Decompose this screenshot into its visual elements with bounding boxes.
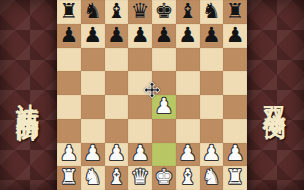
square-b6[interactable] xyxy=(81,48,105,72)
square-c5[interactable] xyxy=(105,71,129,95)
square-a3[interactable] xyxy=(57,119,81,143)
square-f2[interactable]: ♟ xyxy=(176,143,200,167)
square-d5[interactable] xyxy=(128,71,152,95)
piece-white-knight: ♞ xyxy=(202,167,221,188)
piece-white-pawn: ♟ xyxy=(83,143,102,164)
square-c1[interactable]: ♝ xyxy=(105,166,129,190)
square-e1[interactable]: ♚ xyxy=(152,166,176,190)
square-b5[interactable] xyxy=(81,71,105,95)
square-e6[interactable] xyxy=(152,48,176,72)
square-f7[interactable]: ♟ xyxy=(176,24,200,48)
piece-white-pawn: ♟ xyxy=(59,143,78,164)
square-f6[interactable] xyxy=(176,48,200,72)
square-g4[interactable] xyxy=(200,95,224,119)
square-h5[interactable] xyxy=(223,71,247,95)
piece-black-rook: ♜ xyxy=(59,1,78,22)
square-g5[interactable] xyxy=(200,71,224,95)
square-f3[interactable] xyxy=(176,119,200,143)
piece-white-pawn: ♟ xyxy=(202,143,221,164)
square-d8[interactable]: ♛ xyxy=(128,0,152,24)
square-f1[interactable]: ♝ xyxy=(176,166,200,190)
square-d6[interactable] xyxy=(128,48,152,72)
piece-black-pawn: ♟ xyxy=(107,25,126,46)
square-d4[interactable] xyxy=(128,95,152,119)
piece-black-pawn: ♟ xyxy=(178,25,197,46)
square-g1[interactable]: ♞ xyxy=(200,166,224,190)
variation-name-label: 双马变例 xyxy=(260,87,291,103)
piece-white-bishop: ♝ xyxy=(178,167,197,188)
square-e8[interactable]: ♚ xyxy=(152,0,176,24)
square-e5[interactable] xyxy=(152,71,176,95)
square-h3[interactable] xyxy=(223,119,247,143)
chess-board: ♜♞♝♛♚♝♞♜♟♟♟♟♟♟♟♟♟♟♟♟♟♟♟♟♜♞♝♛♚♝♞♜ xyxy=(57,0,247,190)
piece-black-pawn: ♟ xyxy=(154,25,173,46)
square-b8[interactable]: ♞ xyxy=(81,0,105,24)
video-frame: 法兰西防御 ♜♞♝♛♚♝♞♜♟♟♟♟♟♟♟♟♟♟♟♟♟♟♟♟♜♞♝♛♚♝♞♜ 双… xyxy=(0,0,304,190)
square-h7[interactable]: ♟ xyxy=(223,24,247,48)
square-a8[interactable]: ♜ xyxy=(57,0,81,24)
square-g7[interactable]: ♟ xyxy=(200,24,224,48)
piece-white-pawn: ♟ xyxy=(178,143,197,164)
square-d2[interactable]: ♟ xyxy=(128,143,152,167)
square-h2[interactable]: ♟ xyxy=(223,143,247,167)
square-b2[interactable]: ♟ xyxy=(81,143,105,167)
square-b1[interactable]: ♞ xyxy=(81,166,105,190)
piece-white-bishop: ♝ xyxy=(107,167,126,188)
piece-black-pawn: ♟ xyxy=(226,25,245,46)
square-c2[interactable]: ♟ xyxy=(105,143,129,167)
piece-white-knight: ♞ xyxy=(83,167,102,188)
piece-black-pawn: ♟ xyxy=(59,25,78,46)
piece-black-rook: ♜ xyxy=(226,1,245,22)
square-g8[interactable]: ♞ xyxy=(200,0,224,24)
piece-black-pawn: ♟ xyxy=(202,25,221,46)
square-c7[interactable]: ♟ xyxy=(105,24,129,48)
piece-black-king: ♚ xyxy=(154,1,173,22)
square-a4[interactable] xyxy=(57,95,81,119)
square-h4[interactable] xyxy=(223,95,247,119)
square-f8[interactable]: ♝ xyxy=(176,0,200,24)
opening-name-label: 法兰西防御 xyxy=(13,85,44,105)
square-f5[interactable] xyxy=(176,71,200,95)
square-a6[interactable] xyxy=(57,48,81,72)
piece-white-pawn: ♟ xyxy=(226,143,245,164)
piece-white-pawn: ♟ xyxy=(107,143,126,164)
square-e7[interactable]: ♟ xyxy=(152,24,176,48)
square-h6[interactable] xyxy=(223,48,247,72)
square-g6[interactable] xyxy=(200,48,224,72)
left-banner: 法兰西防御 xyxy=(0,0,57,190)
square-e4[interactable]: ♟ xyxy=(152,95,176,119)
square-g3[interactable] xyxy=(200,119,224,143)
piece-black-bishop: ♝ xyxy=(107,1,126,22)
piece-black-queen: ♛ xyxy=(131,1,150,22)
square-d7[interactable]: ♟ xyxy=(128,24,152,48)
square-h8[interactable]: ♜ xyxy=(223,0,247,24)
square-a2[interactable]: ♟ xyxy=(57,143,81,167)
square-b7[interactable]: ♟ xyxy=(81,24,105,48)
square-a7[interactable]: ♟ xyxy=(57,24,81,48)
board-grid: ♜♞♝♛♚♝♞♜♟♟♟♟♟♟♟♟♟♟♟♟♟♟♟♟♜♞♝♛♚♝♞♜ xyxy=(57,0,247,190)
square-f4[interactable] xyxy=(176,95,200,119)
square-h1[interactable]: ♜ xyxy=(223,166,247,190)
piece-white-pawn: ♟ xyxy=(131,143,150,164)
square-d1[interactable]: ♛ xyxy=(128,166,152,190)
square-c6[interactable] xyxy=(105,48,129,72)
square-b4[interactable] xyxy=(81,95,105,119)
piece-black-knight: ♞ xyxy=(202,1,221,22)
square-c3[interactable] xyxy=(105,119,129,143)
piece-white-king: ♚ xyxy=(154,167,173,188)
piece-black-knight: ♞ xyxy=(83,1,102,22)
square-g2[interactable]: ♟ xyxy=(200,143,224,167)
piece-white-pawn: ♟ xyxy=(154,96,173,117)
square-a5[interactable] xyxy=(57,71,81,95)
piece-white-rook: ♜ xyxy=(226,167,245,188)
square-d3[interactable] xyxy=(128,119,152,143)
piece-black-pawn: ♟ xyxy=(131,25,150,46)
square-c4[interactable] xyxy=(105,95,129,119)
square-e3[interactable] xyxy=(152,119,176,143)
piece-black-pawn: ♟ xyxy=(83,25,102,46)
piece-black-bishop: ♝ xyxy=(178,1,197,22)
square-e2[interactable] xyxy=(152,143,176,167)
square-b3[interactable] xyxy=(81,119,105,143)
right-banner: 双马变例 xyxy=(247,0,304,190)
square-c8[interactable]: ♝ xyxy=(105,0,129,24)
square-a1[interactable]: ♜ xyxy=(57,166,81,190)
piece-white-rook: ♜ xyxy=(59,167,78,188)
piece-white-queen: ♛ xyxy=(131,167,150,188)
